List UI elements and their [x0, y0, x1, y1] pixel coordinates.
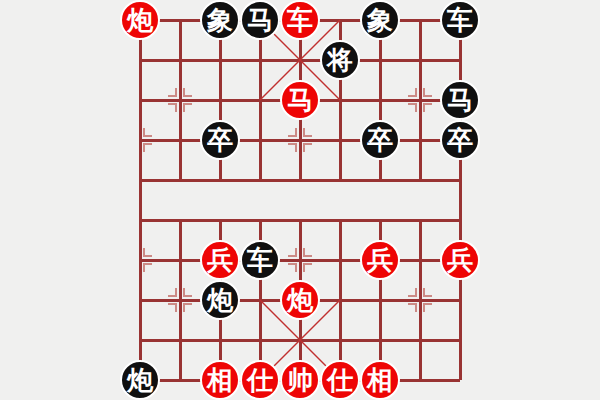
piece-black-soldier[interactable]: 卒 [440, 120, 480, 160]
piece-black-elephant[interactable]: 象 [360, 0, 400, 40]
piece-black-cannon[interactable]: 炮 [120, 360, 160, 400]
piece-red-elephant[interactable]: 相 [200, 360, 240, 400]
piece-red-soldier[interactable]: 兵 [440, 240, 480, 280]
piece-red-soldier[interactable]: 兵 [200, 240, 240, 280]
piece-red-soldier[interactable]: 兵 [360, 240, 400, 280]
piece-black-general[interactable]: 将 [320, 40, 360, 80]
piece-red-elephant[interactable]: 相 [360, 360, 400, 400]
piece-black-horse[interactable]: 马 [440, 80, 480, 120]
piece-black-cannon[interactable]: 炮 [200, 280, 240, 320]
piece-red-chariot[interactable]: 车 [280, 0, 320, 40]
xiangqi-board[interactable]: 炮车马兵兵兵炮相仕帅仕相象马象车将马卒卒卒车炮炮 [0, 0, 600, 400]
piece-red-cannon[interactable]: 炮 [280, 280, 320, 320]
piece-black-chariot[interactable]: 车 [440, 0, 480, 40]
piece-red-cannon[interactable]: 炮 [120, 0, 160, 40]
piece-red-advisor[interactable]: 仕 [320, 360, 360, 400]
piece-red-advisor[interactable]: 仕 [240, 360, 280, 400]
piece-red-horse[interactable]: 马 [280, 80, 320, 120]
piece-black-chariot[interactable]: 车 [240, 240, 280, 280]
piece-red-general[interactable]: 帅 [280, 360, 320, 400]
pieces-layer: 炮车马兵兵兵炮相仕帅仕相象马象车将马卒卒卒车炮炮 [0, 0, 600, 400]
piece-black-soldier[interactable]: 卒 [360, 120, 400, 160]
piece-black-soldier[interactable]: 卒 [200, 120, 240, 160]
piece-black-horse[interactable]: 马 [240, 0, 280, 40]
piece-black-elephant[interactable]: 象 [200, 0, 240, 40]
